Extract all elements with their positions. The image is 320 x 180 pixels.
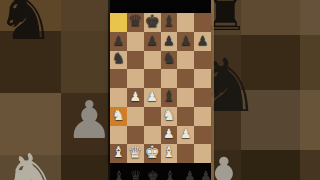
bg-board-square — [61, 155, 110, 180]
background-blur-right: ♜♞♟ — [210, 0, 320, 180]
black-pawn-c7: ♟ — [113, 34, 125, 47]
ghost-piece-top: ♝ — [164, 169, 176, 180]
square-c7[interactable]: ♟ — [110, 32, 127, 51]
square-h3[interactable] — [194, 107, 211, 126]
black-bishop-f4: ♝ — [162, 89, 175, 104]
square-d8[interactable]: ♛ — [127, 13, 144, 32]
square-d5[interactable] — [127, 69, 144, 88]
bg-board-square — [61, 0, 110, 31]
square-c2[interactable] — [110, 126, 127, 145]
chess-board[interactable]: ♛♚♝♟♟♟♟♟♞♞♟♟♝♞♞♟♟♝♛♚♝ — [110, 13, 211, 163]
black-pawn-g7: ♟ — [180, 34, 192, 47]
square-g4[interactable] — [177, 88, 194, 107]
square-c8[interactable] — [110, 13, 127, 32]
white-knight-c3: ♞ — [112, 108, 125, 123]
ghost-piece-top: ♟ — [200, 169, 211, 180]
square-f3[interactable]: ♞ — [161, 107, 178, 126]
white-pawn-e4: ♟ — [146, 90, 158, 103]
square-e3[interactable] — [144, 107, 161, 126]
square-c4[interactable] — [110, 88, 127, 107]
ghost-piece-top: ♝ — [113, 169, 125, 180]
bg-black-knight-right: ♞ — [210, 48, 260, 122]
square-h1[interactable] — [194, 144, 211, 163]
square-e6[interactable] — [144, 51, 161, 70]
square-d1[interactable]: ♛ — [127, 144, 144, 163]
video-frame: ♞♟♞ ♜♞♟ ♛♚♝♟♟♟♟♟♞♞♟♟♝♞♞♟♟♝♛♚♝ ♝♛♚♝♟♟ — [0, 0, 320, 180]
square-c5[interactable] — [110, 69, 127, 88]
letterbox-top — [110, 0, 211, 13]
square-c3[interactable]: ♞ — [110, 107, 127, 126]
black-knight-f6: ♞ — [162, 51, 175, 66]
white-pawn-g2: ♟ — [180, 127, 192, 140]
bg-gray-pawn-left: ♟ — [66, 94, 110, 146]
square-c1[interactable]: ♝ — [110, 144, 127, 163]
bg-black-knight-top-left: ♞ — [0, 0, 55, 50]
black-knight-c6: ♞ — [112, 51, 125, 66]
black-pawn-h7: ♟ — [197, 34, 209, 47]
square-d3[interactable] — [127, 107, 144, 126]
bg-white-pawn-bottom-right: ♟ — [210, 150, 250, 180]
black-bishop-f8: ♝ — [162, 14, 175, 29]
video-strip: ♛♚♝♟♟♟♟♟♞♞♟♟♝♞♞♟♟♝♛♚♝ ♝♛♚♝♟♟ — [110, 0, 211, 180]
ghost-piece-top: ♚ — [147, 169, 159, 180]
square-g7[interactable]: ♟ — [177, 32, 194, 51]
bg-white-knight-bottom-left: ♞ — [2, 146, 61, 180]
black-queen-d8: ♛ — [128, 13, 142, 29]
square-g2[interactable]: ♟ — [177, 126, 194, 145]
square-h6[interactable] — [194, 51, 211, 70]
square-f2[interactable]: ♟ — [161, 126, 178, 145]
square-h4[interactable] — [194, 88, 211, 107]
strip-edge-sliver — [211, 0, 214, 180]
white-king-e1: ♚ — [144, 144, 159, 161]
bg-board-square — [300, 0, 320, 35]
white-knight-f3: ♞ — [162, 108, 175, 123]
background-blur-left: ♞♟♞ — [0, 0, 110, 180]
square-e5[interactable] — [144, 69, 161, 88]
ghost-piece-top: ♛ — [130, 169, 142, 180]
square-f6[interactable]: ♞ — [161, 51, 178, 70]
square-f7[interactable]: ♟ — [161, 32, 178, 51]
square-g3[interactable] — [177, 107, 194, 126]
white-bishop-c1: ♝ — [112, 145, 125, 160]
white-pawn-d4: ♟ — [129, 90, 141, 103]
square-f8[interactable]: ♝ — [161, 13, 178, 32]
black-pawn-f7: ♟ — [163, 34, 175, 47]
square-f5[interactable] — [161, 69, 178, 88]
strip-edge-sliver — [108, 0, 110, 180]
white-bishop-f1: ♝ — [162, 145, 175, 160]
square-d2[interactable] — [127, 126, 144, 145]
square-e4[interactable]: ♟ — [144, 88, 161, 107]
square-g5[interactable] — [177, 69, 194, 88]
bg-board-square — [300, 150, 320, 180]
square-h5[interactable] — [194, 69, 211, 88]
square-d4[interactable]: ♟ — [127, 88, 144, 107]
square-h8[interactable] — [194, 13, 211, 32]
square-f1[interactable]: ♝ — [161, 144, 178, 163]
square-e1[interactable]: ♚ — [144, 144, 161, 163]
bg-board-square — [300, 35, 320, 90]
square-e8[interactable]: ♚ — [144, 13, 161, 32]
bg-board-square — [241, 0, 300, 35]
white-queen-d1: ♛ — [128, 145, 142, 161]
square-g1[interactable] — [177, 144, 194, 163]
square-e7[interactable]: ♟ — [144, 32, 161, 51]
square-d7[interactable] — [127, 32, 144, 51]
bg-board-square — [61, 31, 110, 93]
square-g8[interactable] — [177, 13, 194, 32]
square-g6[interactable] — [177, 51, 194, 70]
square-h7[interactable]: ♟ — [194, 32, 211, 51]
letterbox-bottom: ♝♛♚♝♟♟ — [110, 163, 211, 180]
white-pawn-f2: ♟ — [163, 127, 175, 140]
square-h2[interactable] — [194, 126, 211, 145]
square-f4[interactable]: ♝ — [161, 88, 178, 107]
square-c6[interactable]: ♞ — [110, 51, 127, 70]
black-king-e8: ♚ — [144, 13, 159, 30]
ghost-piece-top: ♟ — [184, 169, 196, 180]
black-pawn-e7: ♟ — [146, 34, 158, 47]
bg-black-rook-top-right: ♜ — [210, 0, 249, 38]
square-d6[interactable] — [127, 51, 144, 70]
bg-board-square — [300, 90, 320, 150]
